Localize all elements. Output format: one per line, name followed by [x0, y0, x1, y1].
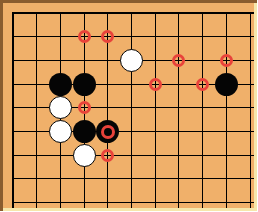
grid-line-horizontal	[12, 155, 254, 156]
circle-mark-empty-point	[78, 30, 91, 43]
white-stone	[49, 96, 72, 119]
circle-mark-empty-point	[172, 54, 185, 67]
black-stone	[73, 73, 96, 96]
circle-mark-empty-point	[101, 30, 114, 43]
go-diagram	[0, 0, 257, 211]
marked-black-stone	[96, 120, 119, 143]
circle-mark-on-stone	[101, 125, 115, 139]
circle-mark-empty-point	[220, 54, 233, 67]
circle-mark-empty-point	[149, 78, 162, 91]
grid-line-horizontal	[12, 36, 254, 37]
circle-mark-empty-point	[101, 149, 114, 162]
circle-mark-empty-point	[78, 101, 91, 114]
grid-line-horizontal	[12, 178, 254, 179]
board-shadow-top	[0, 0, 257, 3]
black-stone	[49, 73, 72, 96]
grid-line-horizontal	[12, 202, 254, 203]
grid-line-horizontal	[12, 12, 254, 14]
white-stone	[120, 49, 143, 72]
white-stone	[73, 144, 96, 167]
white-stone	[49, 120, 72, 143]
page-edge-bottom	[3, 208, 257, 212]
board-shadow-left	[0, 0, 3, 211]
black-stone	[73, 120, 96, 143]
black-stone	[215, 73, 238, 96]
page-edge-right	[254, 3, 258, 211]
circle-mark-empty-point	[196, 78, 209, 91]
